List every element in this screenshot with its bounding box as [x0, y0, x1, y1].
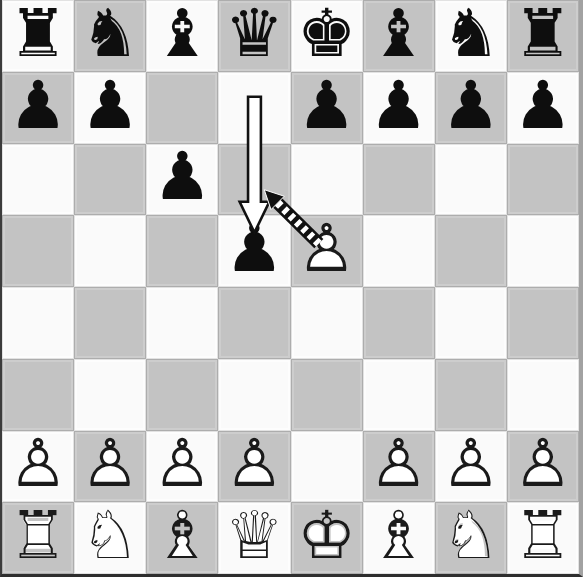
white-pawn-c2[interactable]: ♟♙	[153, 431, 212, 497]
black-pawn-d5[interactable]: ♟	[225, 216, 284, 282]
square-e7[interactable]: ♟	[291, 72, 363, 144]
square-b4[interactable]	[74, 287, 146, 359]
square-f2[interactable]: ♟♙	[363, 431, 435, 503]
piece-outline-layer: ♙	[297, 210, 356, 287]
square-h2[interactable]: ♟♙	[507, 431, 579, 503]
square-a1[interactable]: ♜♖	[2, 502, 74, 574]
piece-outline-layer: ♙	[513, 425, 572, 502]
black-rook-h8[interactable]: ♜	[513, 1, 572, 67]
square-d1[interactable]: ♛♕	[218, 502, 290, 574]
square-c4[interactable]	[146, 287, 218, 359]
white-bishop-c1[interactable]: ♝♗	[153, 503, 212, 569]
square-d7[interactable]	[218, 72, 290, 144]
square-a7[interactable]: ♟	[2, 72, 74, 144]
white-pawn-f2[interactable]: ♟♙	[369, 431, 428, 497]
square-d6[interactable]	[218, 144, 290, 216]
white-queen-d1[interactable]: ♛♕	[225, 503, 284, 569]
square-a2[interactable]: ♟♙	[2, 431, 74, 503]
square-f1[interactable]: ♝♗	[363, 502, 435, 574]
square-e5[interactable]: ♟♙	[291, 215, 363, 287]
square-g2[interactable]: ♟♙	[435, 431, 507, 503]
square-c3[interactable]	[146, 359, 218, 431]
black-knight-g8[interactable]: ♞	[441, 1, 500, 67]
square-c6[interactable]: ♟	[146, 144, 218, 216]
black-pawn-c6[interactable]: ♟	[153, 144, 212, 210]
square-g4[interactable]	[435, 287, 507, 359]
white-knight-g1[interactable]: ♞♘	[441, 503, 500, 569]
square-g7[interactable]: ♟	[435, 72, 507, 144]
square-b5[interactable]	[74, 215, 146, 287]
black-queen-d8[interactable]: ♛	[225, 1, 284, 67]
white-rook-h1[interactable]: ♜♖	[513, 503, 572, 569]
square-b6[interactable]	[74, 144, 146, 216]
square-h1[interactable]: ♜♖	[507, 502, 579, 574]
square-e1[interactable]: ♚♔	[291, 502, 363, 574]
square-d8[interactable]: ♛	[218, 0, 290, 72]
square-b3[interactable]	[74, 359, 146, 431]
square-g3[interactable]	[435, 359, 507, 431]
white-pawn-g2[interactable]: ♟♙	[441, 431, 500, 497]
square-e3[interactable]	[291, 359, 363, 431]
square-g1[interactable]: ♞♘	[435, 502, 507, 574]
square-c1[interactable]: ♝♗	[146, 502, 218, 574]
black-pawn-g7[interactable]: ♟	[441, 73, 500, 139]
square-a5[interactable]	[2, 215, 74, 287]
black-pawn-e7[interactable]: ♟	[297, 73, 356, 139]
black-bishop-f8[interactable]: ♝	[369, 1, 428, 67]
black-pawn-f7[interactable]: ♟	[369, 73, 428, 139]
square-a6[interactable]	[2, 144, 74, 216]
square-c2[interactable]: ♟♙	[146, 431, 218, 503]
black-rook-a8[interactable]: ♜	[8, 1, 67, 67]
black-pawn-b7[interactable]: ♟	[81, 73, 140, 139]
white-bishop-f1[interactable]: ♝♗	[369, 503, 428, 569]
square-h8[interactable]: ♜	[507, 0, 579, 72]
chess-board: ♜♞♝♛♚♝♞♜♟♟♟♟♟♟♟♟♟♙♟♙♟♙♟♙♟♙♟♙♟♙♟♙♜♖♞♘♝♗♛♕…	[0, 0, 583, 577]
square-f4[interactable]	[363, 287, 435, 359]
piece-outline-layer: ♘	[81, 497, 140, 574]
square-d4[interactable]	[218, 287, 290, 359]
piece-outline-layer: ♙	[81, 425, 140, 502]
square-g6[interactable]	[435, 144, 507, 216]
square-h6[interactable]	[507, 144, 579, 216]
white-pawn-h2[interactable]: ♟♙	[513, 431, 572, 497]
square-h4[interactable]	[507, 287, 579, 359]
square-h7[interactable]: ♟	[507, 72, 579, 144]
white-king-e1[interactable]: ♚♔	[297, 503, 356, 569]
square-f8[interactable]: ♝	[363, 0, 435, 72]
square-c5[interactable]	[146, 215, 218, 287]
black-king-e8[interactable]: ♚	[297, 1, 356, 67]
square-g8[interactable]: ♞	[435, 0, 507, 72]
square-e4[interactable]	[291, 287, 363, 359]
square-e2[interactable]	[291, 431, 363, 503]
square-a8[interactable]: ♜	[2, 0, 74, 72]
square-e6[interactable]	[291, 144, 363, 216]
white-rook-a1[interactable]: ♜♖	[8, 503, 67, 569]
square-c8[interactable]: ♝	[146, 0, 218, 72]
piece-outline-layer: ♙	[441, 425, 500, 502]
square-c7[interactable]	[146, 72, 218, 144]
square-f3[interactable]	[363, 359, 435, 431]
square-b2[interactable]: ♟♙	[74, 431, 146, 503]
piece-outline-layer: ♔	[297, 497, 356, 574]
square-b8[interactable]: ♞	[74, 0, 146, 72]
square-f7[interactable]: ♟	[363, 72, 435, 144]
black-knight-b8[interactable]: ♞	[81, 1, 140, 67]
square-g5[interactable]	[435, 215, 507, 287]
black-pawn-h7[interactable]: ♟	[513, 73, 572, 139]
square-f5[interactable]	[363, 215, 435, 287]
piece-outline-layer: ♙	[153, 425, 212, 502]
piece-outline-layer: ♖	[513, 497, 572, 574]
piece-outline-layer: ♗	[153, 497, 212, 574]
white-pawn-d2[interactable]: ♟♙	[225, 431, 284, 497]
black-bishop-c8[interactable]: ♝	[153, 1, 212, 67]
piece-outline-layer: ♘	[441, 497, 500, 574]
white-pawn-e5[interactable]: ♟♙	[297, 216, 356, 282]
white-knight-b1[interactable]: ♞♘	[81, 503, 140, 569]
piece-outline-layer: ♗	[369, 497, 428, 574]
square-b1[interactable]: ♞♘	[74, 502, 146, 574]
square-b7[interactable]: ♟	[74, 72, 146, 144]
square-f6[interactable]	[363, 144, 435, 216]
square-a3[interactable]	[2, 359, 74, 431]
piece-outline-layer: ♙	[369, 425, 428, 502]
square-d3[interactable]	[218, 359, 290, 431]
square-d5[interactable]: ♟	[218, 215, 290, 287]
square-h3[interactable]	[507, 359, 579, 431]
black-pawn-a7[interactable]: ♟	[8, 73, 67, 139]
square-e8[interactable]: ♚	[291, 0, 363, 72]
piece-outline-layer: ♙	[225, 425, 284, 502]
piece-outline-layer: ♙	[8, 425, 67, 502]
square-h5[interactable]	[507, 215, 579, 287]
square-a4[interactable]	[2, 287, 74, 359]
piece-outline-layer: ♕	[225, 497, 284, 574]
square-d2[interactable]: ♟♙	[218, 431, 290, 503]
piece-outline-layer: ♖	[8, 497, 67, 574]
white-pawn-b2[interactable]: ♟♙	[81, 431, 140, 497]
white-pawn-a2[interactable]: ♟♙	[8, 431, 67, 497]
